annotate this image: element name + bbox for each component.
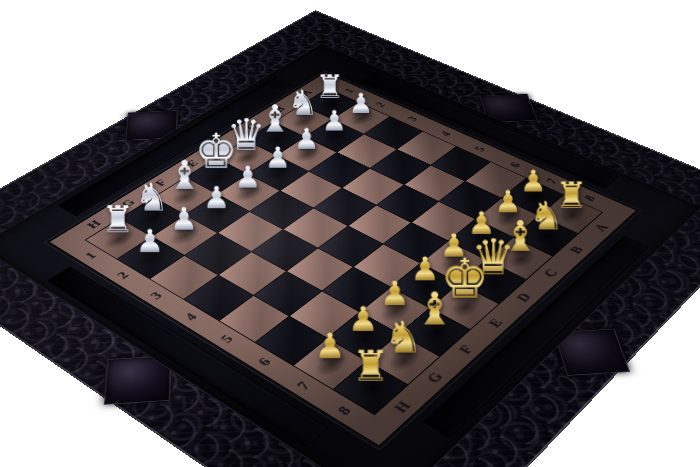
piece-black-rook-h8: ♜: [344, 344, 397, 387]
corner-ornament: [125, 110, 177, 140]
photo-backdrop: HGFEDCBA HGFEDCBA 12345678 12345678 ♜♞♝♚…: [0, 0, 700, 467]
piece-white-pawn-h2: ♟: [127, 225, 174, 257]
chess-board: HGFEDCBA HGFEDCBA 12345678 12345678 ♜♞♝♚…: [0, 11, 700, 467]
